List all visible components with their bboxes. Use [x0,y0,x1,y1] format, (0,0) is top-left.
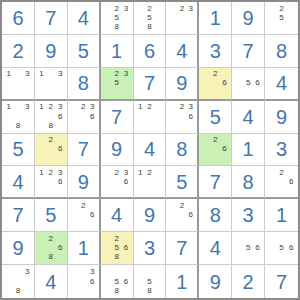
candidate-digit: 2 [46,234,55,243]
pencil-marks: 13 [4,70,32,97]
cell-r3c7[interactable]: 26 [199,68,232,101]
candidate-digit: 2 [145,103,154,112]
candidate-digit: 3 [55,103,64,112]
candidate-digit: 5 [277,244,287,253]
cell-r1c3[interactable]: 4 [68,2,101,35]
cell-r1c2[interactable]: 7 [35,2,68,35]
solved-digit: 1 [78,238,89,258]
candidate-digit: 5 [145,277,154,287]
candidate-digit: 5 [112,244,121,253]
candidate-digit: 8 [145,286,154,296]
cell-r6c4[interactable]: 236 [101,166,134,199]
cell-r1c6[interactable]: 23 [166,2,199,35]
candidate-digit: 5 [244,244,253,253]
cell-r9c6[interactable]: 1 [166,265,199,298]
solved-digit: 4 [243,107,254,127]
cell-r4c5[interactable]: 12 [134,101,167,134]
candidate-digit: 6 [88,112,97,121]
pencil-marks: 12 [136,168,164,195]
pencil-marks: 26 [70,201,97,229]
candidate-digit: 3 [88,267,97,277]
solved-digit: 7 [276,272,287,292]
solved-digit: 9 [111,139,122,159]
cell-r4c4[interactable]: 7 [101,101,134,134]
cell-r5c1[interactable]: 5 [2,134,35,167]
cell-r3c8[interactable]: 56 [232,68,265,101]
cell-r4c6[interactable]: 236 [166,101,199,134]
cell-r2c3[interactable]: 5 [68,35,101,68]
candidate-digit: 5 [112,277,121,287]
cell-r6c9[interactable]: 26 [265,166,298,199]
cell-r5c4[interactable]: 9 [101,134,134,167]
pencil-marks: 236 [168,103,195,131]
candidate-digit: 1 [136,103,145,112]
cell-r9c9[interactable]: 7 [265,265,298,298]
cell-r6c5[interactable]: 12 [134,166,167,199]
solved-digit: 3 [144,238,155,258]
cell-r7c5[interactable]: 9 [134,199,167,232]
candidate-digit: 6 [121,244,130,253]
solved-digit: 9 [144,205,155,225]
candidate-digit: 2 [112,234,121,243]
cell-r8c1[interactable]: 9 [2,232,35,265]
solved-digit: 8 [176,139,187,159]
candidate-digit: 6 [55,177,64,186]
cell-r3c2[interactable]: 13 [35,68,68,101]
candidate-digit: 2 [112,168,121,177]
candidate-digit: 8 [46,253,55,262]
pencil-marks: 235 [103,70,131,97]
cell-r8c2[interactable]: 268 [35,232,68,265]
cell-r5c8[interactable]: 1 [232,134,265,167]
pencil-marks: 38 [4,267,32,296]
solved-digit: 5 [45,205,56,225]
pencil-marks: 58 [136,267,164,296]
cell-r1c5[interactable]: 258 [134,2,167,35]
cell-r4c8[interactable]: 4 [232,101,265,134]
solved-digit: 7 [176,238,187,258]
candidate-digit: 6 [253,79,262,88]
cell-r6c2[interactable]: 1236 [35,166,68,199]
cell-r7c9[interactable]: 1 [265,199,298,232]
cell-r9c8[interactable]: 2 [232,265,265,298]
pencil-marks: 236 [70,103,97,131]
solved-digit: 4 [144,139,155,159]
candidate-digit: 8 [112,286,121,296]
cell-r8c8[interactable]: 56 [232,232,265,265]
candidate-digit: 6 [55,112,64,121]
cell-r2c1[interactable]: 2 [2,35,35,68]
cell-r7c2[interactable]: 5 [35,199,68,232]
candidate-digit: 6 [121,177,130,186]
cell-r5c3[interactable]: 7 [68,134,101,167]
candidate-digit: 6 [121,277,130,287]
solved-digit: 9 [243,8,254,28]
solved-digit: 1 [210,8,221,28]
cell-r6c8[interactable]: 8 [232,166,265,199]
solved-digit: 4 [45,272,56,292]
solved-digit: 3 [276,139,287,159]
pencil-marks: 12 [136,103,164,131]
cell-r3c5[interactable]: 7 [134,68,167,101]
pencil-marks: 13 [37,70,65,97]
solved-digit: 9 [210,272,221,292]
cell-r1c7[interactable]: 1 [199,2,232,35]
candidate-digit: 3 [121,70,130,79]
candidate-digit: 8 [112,253,121,262]
candidate-digit: 1 [136,168,145,177]
cell-r1c9[interactable]: 25 [265,2,298,35]
candidate-digit: 6 [286,177,296,186]
candidate-digit: 2 [79,201,88,210]
pencil-marks: 26 [201,70,229,97]
candidate-digit: 2 [145,4,154,13]
pencil-marks: 258 [136,4,164,32]
cell-r2c2[interactable]: 9 [35,35,68,68]
solved-digit: 4 [176,41,187,61]
candidate-digit: 2 [112,4,121,13]
candidate-digit: 6 [220,79,229,88]
cell-r1c1[interactable]: 6 [2,2,35,35]
candidate-digit: 3 [186,103,195,112]
candidate-digit: 5 [112,13,121,22]
candidate-digit: 6 [286,244,296,253]
solved-digit: 1 [243,139,254,159]
pencil-marks: 26 [168,201,195,229]
candidate-digit: 5 [112,79,121,88]
candidate-digit: 6 [186,211,195,220]
cell-r3c6[interactable]: 9 [166,68,199,101]
sudoku-board: 6742358258231925295164378131382357926564… [0,0,300,300]
candidate-digit: 8 [46,121,55,130]
cell-r9c3[interactable]: 36 [68,265,101,298]
pencil-marks: 1236 [37,168,65,195]
candidate-digit: 2 [46,136,55,145]
cell-r8c7[interactable]: 4 [199,232,232,265]
pencil-marks: 56 [234,234,262,262]
cell-r5c7[interactable]: 26 [199,134,232,167]
pencil-marks: 56 [267,234,296,262]
cell-r5c5[interactable]: 4 [134,134,167,167]
candidate-digit: 1 [37,168,46,177]
pencil-marks: 36 [70,267,97,296]
solved-digit: 6 [144,41,155,61]
candidate-digit: 6 [88,277,97,287]
solved-digit: 8 [210,205,221,225]
cell-r6c1[interactable]: 4 [2,166,35,199]
candidate-digit: 6 [88,211,97,220]
cell-r1c4[interactable]: 2358 [101,2,134,35]
cell-r3c1[interactable]: 13 [2,68,35,101]
candidate-digit: 1 [37,103,46,112]
pencil-marks: 56 [234,70,262,97]
pencil-marks: 26 [201,136,229,164]
solved-digit: 5 [210,107,221,127]
solved-digit: 7 [78,139,89,159]
solved-digit: 4 [210,238,221,258]
candidate-digit: 5 [277,13,287,22]
cell-r9c7[interactable]: 9 [199,265,232,298]
cell-r8c4[interactable]: 2568 [101,232,134,265]
cell-r9c2[interactable]: 4 [35,265,68,298]
candidate-digit: 2 [46,168,55,177]
solved-digit: 5 [12,139,23,159]
cell-r7c7[interactable]: 8 [199,199,232,232]
candidate-digit: 8 [13,121,22,130]
candidate-digit: 3 [186,4,195,13]
solved-digit: 4 [276,73,287,93]
cell-r2c8[interactable]: 7 [232,35,265,68]
pencil-marks: 138 [4,103,32,131]
cell-r4c1[interactable]: 138 [2,101,35,134]
candidate-digit: 2 [177,4,186,13]
cell-r7c6[interactable]: 26 [166,199,199,232]
solved-digit: 9 [12,238,23,258]
candidate-digit: 8 [112,23,121,32]
candidate-digit: 1 [37,70,46,79]
candidate-digit: 3 [121,4,130,13]
cell-r7c1[interactable]: 7 [2,199,35,232]
solved-digit: 7 [12,205,23,225]
cell-r8c9[interactable]: 56 [265,232,298,265]
solved-digit: 7 [144,73,155,93]
candidate-digit: 5 [145,13,154,22]
cell-r7c8[interactable]: 3 [232,199,265,232]
solved-digit: 4 [111,205,122,225]
pencil-marks: 236 [103,168,131,195]
cell-r4c9[interactable]: 9 [265,101,298,134]
cell-r9c4[interactable]: 568 [101,265,134,298]
solved-digit: 7 [243,41,254,61]
candidate-digit: 3 [23,70,32,79]
cell-r3c3[interactable]: 8 [68,68,101,101]
cell-r4c2[interactable]: 12368 [35,101,68,134]
candidate-digit: 2 [277,168,287,177]
candidate-digit: 6 [55,145,64,154]
solved-digit: 2 [243,272,254,292]
pencil-marks: 268 [37,234,65,262]
candidate-digit: 8 [13,286,22,296]
solved-digit: 9 [45,41,56,61]
cell-r8c3[interactable]: 1 [68,232,101,265]
candidate-digit: 6 [253,244,262,253]
candidate-digit: 2 [145,168,154,177]
solved-digit: 7 [111,107,122,127]
solved-digit: 6 [12,8,23,28]
cell-r9c1[interactable]: 38 [2,265,35,298]
solved-digit: 7 [210,172,221,192]
solved-digit: 7 [45,8,56,28]
solved-digit: 8 [78,73,89,93]
candidate-digit: 3 [55,70,64,79]
cell-r2c7[interactable]: 3 [199,35,232,68]
solved-digit: 2 [12,41,23,61]
cell-r8c6[interactable]: 7 [166,232,199,265]
solved-digit: 9 [78,172,89,192]
pencil-marks: 568 [103,267,131,296]
solved-digit: 1 [276,205,287,225]
solved-digit: 3 [243,205,254,225]
cell-r7c4[interactable]: 4 [101,199,134,232]
pencil-marks: 12368 [37,103,65,131]
cell-r9c5[interactable]: 58 [134,265,167,298]
solved-digit: 1 [111,41,122,61]
solved-digit: 5 [176,172,187,192]
cell-r2c9[interactable]: 8 [265,35,298,68]
cell-r2c4[interactable]: 1 [101,35,134,68]
solved-digit: 8 [243,172,254,192]
cell-r6c7[interactable]: 7 [199,166,232,199]
solved-digit: 9 [176,73,187,93]
solved-digit: 4 [12,172,23,192]
cell-r2c5[interactable]: 6 [134,35,167,68]
solved-digit: 8 [276,41,287,61]
solved-digit: 9 [276,107,287,127]
cell-r7c3[interactable]: 26 [68,199,101,232]
cell-r3c4[interactable]: 235 [101,68,134,101]
candidate-digit: 2 [177,103,186,112]
candidate-digit: 5 [244,79,253,88]
cell-r4c3[interactable]: 236 [68,101,101,134]
cell-r4c7[interactable]: 5 [199,101,232,134]
cell-r6c6[interactable]: 5 [166,166,199,199]
cell-r5c2[interactable]: 26 [35,134,68,167]
candidate-digit: 1 [4,70,13,79]
pencil-marks: 23 [168,4,195,32]
candidate-digit: 2 [79,103,88,112]
cell-r5c9[interactable]: 3 [265,134,298,167]
candidate-digit: 3 [88,103,97,112]
pencil-marks: 25 [267,4,296,32]
pencil-marks: 26 [267,168,296,195]
candidate-digit: 2 [177,201,186,210]
cell-r5c6[interactable]: 8 [166,134,199,167]
pencil-marks: 26 [37,136,65,164]
solved-digit: 4 [78,8,89,28]
candidate-digit: 2 [46,103,55,112]
candidate-digit: 8 [145,23,154,32]
candidate-digit: 6 [186,112,195,121]
solved-digit: 3 [210,41,221,61]
candidate-digit: 3 [23,103,32,112]
candidate-digit: 6 [55,244,64,253]
candidate-digit: 3 [23,267,32,277]
pencil-marks: 2568 [103,234,131,262]
cell-r6c3[interactable]: 9 [68,166,101,199]
solved-digit: 5 [78,41,89,61]
candidate-digit: 2 [277,4,287,13]
candidate-digit: 6 [220,145,229,154]
solved-digit: 1 [176,272,187,292]
cell-r2c6[interactable]: 4 [166,35,199,68]
cell-r1c8[interactable]: 9 [232,2,265,35]
cell-r8c5[interactable]: 3 [134,232,167,265]
pencil-marks: 2358 [103,4,131,32]
candidate-digit: 2 [211,70,220,79]
candidate-digit: 2 [211,136,220,145]
candidate-digit: 1 [4,103,13,112]
cell-r3c9[interactable]: 4 [265,68,298,101]
